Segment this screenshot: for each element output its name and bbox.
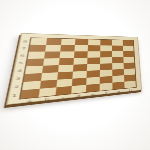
file-label-c: c (61, 95, 65, 99)
file-label-g: g (117, 90, 120, 93)
square-c1[interactable] (56, 86, 72, 95)
photo-background: abcdefgh 87654321 (0, 0, 150, 150)
chessboard: abcdefgh 87654321 (6, 33, 142, 105)
rank-label-7: 7 (21, 46, 26, 49)
rank-label-5: 5 (18, 61, 23, 65)
square-h1[interactable] (124, 81, 136, 89)
file-label-b: b (45, 97, 50, 101)
file-label-e: e (91, 92, 94, 96)
rank-label-6: 6 (20, 54, 25, 57)
square-g1[interactable] (112, 82, 124, 90)
file-label-h: h (129, 88, 132, 91)
rank-label-4: 4 (17, 68, 22, 72)
square-f1[interactable] (100, 83, 113, 91)
rank-label-2: 2 (14, 84, 19, 88)
file-label-d: d (77, 94, 81, 98)
square-a1[interactable] (20, 89, 39, 99)
square-b1[interactable] (39, 87, 57, 97)
square-e1[interactable] (86, 84, 100, 92)
rank-label-3: 3 (15, 76, 20, 80)
rank-label-8: 8 (23, 40, 28, 43)
file-label-f: f (105, 91, 107, 94)
file-label-a: a (27, 99, 32, 103)
square-d1[interactable] (71, 85, 86, 94)
rank-label-1: 1 (12, 93, 17, 97)
